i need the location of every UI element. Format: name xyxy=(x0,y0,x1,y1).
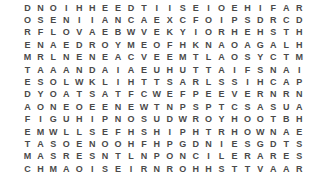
grid-cell-r3c13[interactable]: Y xyxy=(176,27,189,39)
grid-cell-r2c21[interactable]: C xyxy=(280,14,293,26)
grid-cell-r4c12[interactable]: F xyxy=(163,39,176,51)
grid-cell-r1c8[interactable]: E xyxy=(112,2,125,14)
grid-cell-r2c10[interactable]: A xyxy=(137,14,150,26)
grid-cell-r13c20[interactable]: R xyxy=(267,151,280,163)
grid-cell-r10c8[interactable]: N xyxy=(112,114,125,126)
grid-cell-r9c16[interactable]: T xyxy=(215,101,228,113)
grid-cell-r6c2[interactable]: A xyxy=(34,64,47,76)
grid-cell-r3c5[interactable]: V xyxy=(73,27,86,39)
grid-cell-r6c5[interactable]: N xyxy=(73,64,86,76)
grid-cell-r8c15[interactable]: E xyxy=(202,89,215,101)
grid-cell-r13c13[interactable]: N xyxy=(176,151,189,163)
grid-cell-r2c14[interactable]: F xyxy=(189,14,202,26)
grid-cell-r9c18[interactable]: S xyxy=(241,101,254,113)
grid-cell-r5c3[interactable]: L xyxy=(47,52,60,64)
grid-cell-r3c18[interactable]: E xyxy=(241,27,254,39)
grid-cell-r11c13[interactable]: P xyxy=(176,126,189,138)
grid-cell-r3c9[interactable]: W xyxy=(125,27,138,39)
grid-cell-r4c3[interactable]: A xyxy=(47,39,60,51)
grid-cell-r11c10[interactable]: S xyxy=(137,126,150,138)
grid-cell-r5c4[interactable]: N xyxy=(60,52,73,64)
grid-cell-r14c22[interactable]: R xyxy=(293,163,306,175)
grid-cell-r8c21[interactable]: R xyxy=(280,89,293,101)
grid-cell-r12c10[interactable]: F xyxy=(137,138,150,150)
grid-cell-r11c17[interactable]: H xyxy=(228,126,241,138)
grid-cell-r10c17[interactable]: H xyxy=(228,114,241,126)
grid-cell-r2c9[interactable]: C xyxy=(125,14,138,26)
grid-cell-r9c15[interactable]: P xyxy=(202,101,215,113)
grid-cell-r11c3[interactable]: W xyxy=(47,126,60,138)
grid-cell-r3c4[interactable]: O xyxy=(60,27,73,39)
grid-cell-r10c3[interactable]: G xyxy=(47,114,60,126)
grid-cell-r1c7[interactable]: E xyxy=(99,2,112,14)
grid-cell-r8c17[interactable]: V xyxy=(228,89,241,101)
grid-cell-r7c3[interactable]: O xyxy=(47,76,60,88)
grid-cell-r14c8[interactable]: E xyxy=(112,163,125,175)
grid-cell-r13c17[interactable]: E xyxy=(228,151,241,163)
grid-cell-r4c22[interactable]: H xyxy=(293,39,306,51)
grid-cell-r9c21[interactable]: U xyxy=(280,101,293,113)
grid-cell-r9c5[interactable]: O xyxy=(73,101,86,113)
grid-cell-r13c12[interactable]: O xyxy=(163,151,176,163)
grid-cell-r2c15[interactable]: O xyxy=(202,14,215,26)
grid-cell-r7c21[interactable]: A xyxy=(280,76,293,88)
grid-cell-r5c14[interactable]: T xyxy=(189,52,202,64)
grid-cell-r1c14[interactable]: E xyxy=(189,2,202,14)
grid-cell-r13c19[interactable]: A xyxy=(254,151,267,163)
grid-cell-r6c13[interactable]: U xyxy=(176,64,189,76)
grid-cell-r2c4[interactable]: N xyxy=(60,14,73,26)
grid-cell-r14c12[interactable]: R xyxy=(163,163,176,175)
grid-cell-r11c5[interactable]: L xyxy=(73,126,86,138)
grid-cell-r4c21[interactable]: L xyxy=(280,39,293,51)
grid-cell-r11c1[interactable]: E xyxy=(21,126,34,138)
grid-cell-r13c9[interactable]: L xyxy=(125,151,138,163)
grid-cell-r1c15[interactable]: I xyxy=(202,2,215,14)
grid-cell-r4c10[interactable]: E xyxy=(137,39,150,51)
grid-cell-r14c2[interactable]: H xyxy=(34,163,47,175)
grid-cell-r3c21[interactable]: T xyxy=(280,27,293,39)
grid-cell-r8c9[interactable]: F xyxy=(125,89,138,101)
grid-cell-r7c4[interactable]: L xyxy=(60,76,73,88)
grid-cell-r14c14[interactable]: H xyxy=(189,163,202,175)
grid-cell-r4c1[interactable]: E xyxy=(21,39,34,51)
grid-cell-r11c2[interactable]: M xyxy=(34,126,47,138)
grid-cell-r9c7[interactable]: E xyxy=(99,101,112,113)
grid-cell-r8c1[interactable]: D xyxy=(21,89,34,101)
grid-cell-r10c5[interactable]: H xyxy=(73,114,86,126)
grid-cell-r8c16[interactable]: E xyxy=(215,89,228,101)
grid-cell-r6c6[interactable]: D xyxy=(86,64,99,76)
grid-cell-r14c18[interactable]: T xyxy=(241,163,254,175)
grid-cell-r10c20[interactable]: T xyxy=(267,114,280,126)
grid-cell-r1c21[interactable]: A xyxy=(280,2,293,14)
grid-cell-r3c10[interactable]: V xyxy=(137,27,150,39)
grid-cell-r12c6[interactable]: N xyxy=(86,138,99,150)
grid-cell-r2c12[interactable]: X xyxy=(163,14,176,26)
grid-cell-r10c19[interactable]: O xyxy=(254,114,267,126)
grid-cell-r2c3[interactable]: E xyxy=(47,14,60,26)
grid-cell-r5c20[interactable]: C xyxy=(267,52,280,64)
grid-cell-r7c14[interactable]: R xyxy=(189,76,202,88)
grid-cell-r12c2[interactable]: A xyxy=(34,138,47,150)
grid-cell-r2c7[interactable]: A xyxy=(99,14,112,26)
grid-cell-r1c16[interactable]: O xyxy=(215,2,228,14)
grid-cell-r1c4[interactable]: I xyxy=(60,2,73,14)
grid-cell-r14c7[interactable]: S xyxy=(99,163,112,175)
grid-cell-r5c11[interactable]: E xyxy=(150,52,163,64)
grid-cell-r14c3[interactable]: M xyxy=(47,163,60,175)
grid-cell-r2c2[interactable]: S xyxy=(34,14,47,26)
grid-cell-r6c8[interactable]: I xyxy=(112,64,125,76)
grid-cell-r3c14[interactable]: I xyxy=(189,27,202,39)
grid-cell-r11c18[interactable]: O xyxy=(241,126,254,138)
grid-cell-r1c18[interactable]: H xyxy=(241,2,254,14)
grid-cell-r12c8[interactable]: O xyxy=(112,138,125,150)
grid-cell-r11c19[interactable]: W xyxy=(254,126,267,138)
grid-cell-r9c8[interactable]: N xyxy=(112,101,125,113)
grid-cell-r7c13[interactable]: A xyxy=(176,76,189,88)
grid-cell-r6c18[interactable]: F xyxy=(241,64,254,76)
grid-cell-r6c11[interactable]: U xyxy=(150,64,163,76)
grid-cell-r11c20[interactable]: N xyxy=(267,126,280,138)
grid-cell-r11c7[interactable]: E xyxy=(99,126,112,138)
grid-cell-r10c6[interactable]: I xyxy=(86,114,99,126)
grid-cell-r8c18[interactable]: E xyxy=(241,89,254,101)
grid-cell-r10c14[interactable]: R xyxy=(189,114,202,126)
grid-cell-r10c1[interactable]: F xyxy=(21,114,34,126)
grid-cell-r6c9[interactable]: A xyxy=(125,64,138,76)
grid-cell-r5c17[interactable]: O xyxy=(228,52,241,64)
grid-cell-r14c17[interactable]: T xyxy=(228,163,241,175)
grid-cell-r14c13[interactable]: O xyxy=(176,163,189,175)
grid-cell-r2c11[interactable]: E xyxy=(150,14,163,26)
grid-cell-r11c16[interactable]: R xyxy=(215,126,228,138)
grid-cell-r7c18[interactable]: I xyxy=(241,76,254,88)
grid-cell-r5c22[interactable]: M xyxy=(293,52,306,64)
grid-cell-r13c2[interactable]: A xyxy=(34,151,47,163)
grid-cell-r4c7[interactable]: O xyxy=(99,39,112,51)
grid-cell-r2c1[interactable]: O xyxy=(21,14,34,26)
grid-cell-r9c22[interactable]: A xyxy=(293,101,306,113)
grid-cell-r14c11[interactable]: N xyxy=(150,163,163,175)
grid-cell-r8c7[interactable]: A xyxy=(99,89,112,101)
grid-cell-r12c5[interactable]: E xyxy=(73,138,86,150)
grid-cell-r9c3[interactable]: N xyxy=(47,101,60,113)
grid-cell-r8c14[interactable]: P xyxy=(189,89,202,101)
grid-cell-r1c12[interactable]: I xyxy=(163,2,176,14)
grid-cell-r3c12[interactable]: K xyxy=(163,27,176,39)
grid-cell-r2c17[interactable]: P xyxy=(228,14,241,26)
grid-cell-r9c6[interactable]: E xyxy=(86,101,99,113)
grid-cell-r4c11[interactable]: O xyxy=(150,39,163,51)
grid-cell-r11c8[interactable]: F xyxy=(112,126,125,138)
grid-cell-r8c5[interactable]: T xyxy=(73,89,86,101)
grid-cell-r1c9[interactable]: D xyxy=(125,2,138,14)
grid-cell-r13c15[interactable]: I xyxy=(202,151,215,163)
grid-cell-r1c11[interactable]: I xyxy=(150,2,163,14)
grid-cell-r5c7[interactable]: E xyxy=(99,52,112,64)
grid-cell-r3c19[interactable]: H xyxy=(254,27,267,39)
grid-cell-r12c9[interactable]: H xyxy=(125,138,138,150)
grid-cell-r1c5[interactable]: H xyxy=(73,2,86,14)
grid-cell-r4c14[interactable]: K xyxy=(189,39,202,51)
grid-cell-r7c5[interactable]: W xyxy=(73,76,86,88)
grid-cell-r12c3[interactable]: S xyxy=(47,138,60,150)
grid-cell-r13c10[interactable]: N xyxy=(137,151,150,163)
grid-cell-r7c17[interactable]: S xyxy=(228,76,241,88)
grid-cell-r12c19[interactable]: G xyxy=(254,138,267,150)
grid-cell-r10c22[interactable]: H xyxy=(293,114,306,126)
grid-cell-r12c4[interactable]: O xyxy=(60,138,73,150)
grid-cell-r11c9[interactable]: H xyxy=(125,126,138,138)
grid-cell-r1c2[interactable]: N xyxy=(34,2,47,14)
grid-cell-r14c6[interactable]: I xyxy=(86,163,99,175)
grid-cell-r8c12[interactable]: E xyxy=(163,89,176,101)
grid-cell-r12c1[interactable]: T xyxy=(21,138,34,150)
grid-cell-r3c8[interactable]: B xyxy=(112,27,125,39)
grid-cell-r5c8[interactable]: A xyxy=(112,52,125,64)
grid-cell-r5c5[interactable]: E xyxy=(73,52,86,64)
grid-cell-r14c4[interactable]: A xyxy=(60,163,73,175)
grid-cell-r1c13[interactable]: S xyxy=(176,2,189,14)
grid-cell-r5c15[interactable]: L xyxy=(202,52,215,64)
grid-cell-r11c12[interactable]: I xyxy=(163,126,176,138)
grid-cell-r4c18[interactable]: A xyxy=(241,39,254,51)
grid-cell-r1c6[interactable]: H xyxy=(86,2,99,14)
grid-cell-r10c7[interactable]: P xyxy=(99,114,112,126)
grid-cell-r5c9[interactable]: C xyxy=(125,52,138,64)
grid-cell-r6c3[interactable]: A xyxy=(47,64,60,76)
grid-cell-r3c3[interactable]: L xyxy=(47,27,60,39)
grid-cell-r7c20[interactable]: C xyxy=(267,76,280,88)
grid-cell-r5c16[interactable]: A xyxy=(215,52,228,64)
grid-cell-r4c13[interactable]: H xyxy=(176,39,189,51)
grid-cell-r4c5[interactable]: D xyxy=(73,39,86,51)
grid-cell-r5c13[interactable]: M xyxy=(176,52,189,64)
grid-cell-r3c20[interactable]: S xyxy=(267,27,280,39)
grid-cell-r13c16[interactable]: L xyxy=(215,151,228,163)
grid-cell-r2c5[interactable]: I xyxy=(73,14,86,26)
grid-cell-r10c18[interactable]: O xyxy=(241,114,254,126)
grid-cell-r6c17[interactable]: I xyxy=(228,64,241,76)
grid-cell-r1c20[interactable]: F xyxy=(267,2,280,14)
grid-cell-r4c15[interactable]: N xyxy=(202,39,215,51)
grid-cell-r5c18[interactable]: S xyxy=(241,52,254,64)
grid-cell-r2c16[interactable]: I xyxy=(215,14,228,26)
grid-cell-r10c15[interactable]: O xyxy=(202,114,215,126)
grid-cell-r11c21[interactable]: A xyxy=(280,126,293,138)
grid-cell-r14c5[interactable]: O xyxy=(73,163,86,175)
grid-cell-r13c4[interactable]: R xyxy=(60,151,73,163)
grid-cell-r8c19[interactable]: R xyxy=(254,89,267,101)
grid-cell-r4c8[interactable]: Y xyxy=(112,39,125,51)
grid-cell-r9c12[interactable]: N xyxy=(163,101,176,113)
grid-cell-r12c13[interactable]: G xyxy=(176,138,189,150)
grid-cell-r9c1[interactable]: A xyxy=(21,101,34,113)
grid-cell-r5c19[interactable]: Y xyxy=(254,52,267,64)
grid-cell-r11c22[interactable]: E xyxy=(293,126,306,138)
grid-cell-r5c2[interactable]: R xyxy=(34,52,47,64)
grid-cell-r7c11[interactable]: T xyxy=(150,76,163,88)
grid-cell-r10c13[interactable]: W xyxy=(176,114,189,126)
grid-cell-r3c2[interactable]: F xyxy=(34,27,47,39)
grid-cell-r3c7[interactable]: E xyxy=(99,27,112,39)
grid-cell-r2c6[interactable]: I xyxy=(86,14,99,26)
grid-cell-r7c1[interactable]: E xyxy=(21,76,34,88)
grid-cell-r5c10[interactable]: V xyxy=(137,52,150,64)
grid-cell-r12c18[interactable]: S xyxy=(241,138,254,150)
grid-cell-r13c7[interactable]: N xyxy=(99,151,112,163)
grid-cell-r10c10[interactable]: S xyxy=(137,114,150,126)
grid-cell-r3c11[interactable]: E xyxy=(150,27,163,39)
grid-cell-r11c15[interactable]: T xyxy=(202,126,215,138)
grid-cell-r6c15[interactable]: T xyxy=(202,64,215,76)
grid-cell-r6c20[interactable]: N xyxy=(267,64,280,76)
grid-cell-r9c13[interactable]: P xyxy=(176,101,189,113)
grid-cell-r1c17[interactable]: E xyxy=(228,2,241,14)
grid-cell-r1c10[interactable]: T xyxy=(137,2,150,14)
grid-cell-r10c4[interactable]: U xyxy=(60,114,73,126)
grid-cell-r13c5[interactable]: E xyxy=(73,151,86,163)
grid-cell-r9c14[interactable]: S xyxy=(189,101,202,113)
grid-cell-r6c16[interactable]: A xyxy=(215,64,228,76)
grid-cell-r8c6[interactable]: S xyxy=(86,89,99,101)
grid-cell-r13c14[interactable]: C xyxy=(189,151,202,163)
grid-cell-r7c10[interactable]: T xyxy=(137,76,150,88)
grid-cell-r13c21[interactable]: E xyxy=(280,151,293,163)
grid-cell-r6c1[interactable]: T xyxy=(21,64,34,76)
grid-cell-r6c14[interactable]: T xyxy=(189,64,202,76)
grid-cell-r5c6[interactable]: N xyxy=(86,52,99,64)
grid-cell-r7c16[interactable]: S xyxy=(215,76,228,88)
grid-cell-r12c20[interactable]: D xyxy=(267,138,280,150)
grid-cell-r14c21[interactable]: A xyxy=(280,163,293,175)
grid-cell-r5c1[interactable]: M xyxy=(21,52,34,64)
grid-cell-r8c11[interactable]: W xyxy=(150,89,163,101)
grid-cell-r14c9[interactable]: I xyxy=(125,163,138,175)
grid-cell-r12c17[interactable]: E xyxy=(228,138,241,150)
grid-cell-r8c4[interactable]: A xyxy=(60,89,73,101)
grid-cell-r2c22[interactable]: D xyxy=(293,14,306,26)
grid-cell-r7c2[interactable]: S xyxy=(34,76,47,88)
grid-cell-r14c16[interactable]: S xyxy=(215,163,228,175)
grid-cell-r6c4[interactable]: A xyxy=(60,64,73,76)
grid-cell-r8c10[interactable]: C xyxy=(137,89,150,101)
grid-cell-r11c14[interactable]: H xyxy=(189,126,202,138)
grid-cell-r2c19[interactable]: D xyxy=(254,14,267,26)
grid-cell-r13c22[interactable]: S xyxy=(293,151,306,163)
grid-cell-r4c19[interactable]: G xyxy=(254,39,267,51)
grid-cell-r5c21[interactable]: T xyxy=(280,52,293,64)
grid-cell-r4c17[interactable]: O xyxy=(228,39,241,51)
grid-cell-r8c13[interactable]: F xyxy=(176,89,189,101)
grid-cell-r8c22[interactable]: N xyxy=(293,89,306,101)
grid-cell-r7c15[interactable]: L xyxy=(202,76,215,88)
grid-cell-r2c18[interactable]: S xyxy=(241,14,254,26)
grid-cell-r12c12[interactable]: P xyxy=(163,138,176,150)
grid-cell-r12c7[interactable]: O xyxy=(99,138,112,150)
grid-cell-r13c6[interactable]: S xyxy=(86,151,99,163)
grid-cell-r12c14[interactable]: D xyxy=(189,138,202,150)
grid-cell-r2c8[interactable]: N xyxy=(112,14,125,26)
grid-cell-r13c8[interactable]: T xyxy=(112,151,125,163)
grid-cell-r6c22[interactable]: I xyxy=(293,64,306,76)
grid-cell-r1c19[interactable]: I xyxy=(254,2,267,14)
grid-cell-r10c2[interactable]: I xyxy=(34,114,47,126)
grid-cell-r10c21[interactable]: B xyxy=(280,114,293,126)
grid-cell-r11c11[interactable]: H xyxy=(150,126,163,138)
grid-cell-r6c12[interactable]: H xyxy=(163,64,176,76)
grid-cell-r14c15[interactable]: H xyxy=(202,163,215,175)
grid-cell-r7c22[interactable]: P xyxy=(293,76,306,88)
grid-cell-r9c2[interactable]: O xyxy=(34,101,47,113)
grid-cell-r11c6[interactable]: S xyxy=(86,126,99,138)
grid-cell-r11c4[interactable]: L xyxy=(60,126,73,138)
grid-cell-r4c16[interactable]: A xyxy=(215,39,228,51)
grid-cell-r10c9[interactable]: O xyxy=(125,114,138,126)
grid-cell-r3c15[interactable]: O xyxy=(202,27,215,39)
grid-cell-r1c3[interactable]: O xyxy=(47,2,60,14)
grid-cell-r7c12[interactable]: S xyxy=(163,76,176,88)
grid-cell-r14c20[interactable]: A xyxy=(267,163,280,175)
grid-cell-r13c3[interactable]: S xyxy=(47,151,60,163)
grid-cell-r9c20[interactable]: S xyxy=(267,101,280,113)
grid-cell-r7c9[interactable]: H xyxy=(125,76,138,88)
grid-cell-r6c7[interactable]: A xyxy=(99,64,112,76)
grid-cell-r7c6[interactable]: K xyxy=(86,76,99,88)
grid-cell-r7c8[interactable]: I xyxy=(112,76,125,88)
grid-cell-r3c6[interactable]: A xyxy=(86,27,99,39)
grid-cell-r4c6[interactable]: R xyxy=(86,39,99,51)
grid-cell-r7c7[interactable]: L xyxy=(99,76,112,88)
grid-cell-r6c19[interactable]: S xyxy=(254,64,267,76)
grid-cell-r14c19[interactable]: V xyxy=(254,163,267,175)
grid-cell-r13c11[interactable]: P xyxy=(150,151,163,163)
grid-cell-r7c19[interactable]: H xyxy=(254,76,267,88)
grid-cell-r9c10[interactable]: W xyxy=(137,101,150,113)
grid-cell-r5c12[interactable]: E xyxy=(163,52,176,64)
grid-cell-r8c20[interactable]: N xyxy=(267,89,280,101)
grid-cell-r10c16[interactable]: Y xyxy=(215,114,228,126)
grid-cell-r4c9[interactable]: M xyxy=(125,39,138,51)
grid-cell-r1c22[interactable]: R xyxy=(293,2,306,14)
grid-cell-r3c1[interactable]: R xyxy=(21,27,34,39)
grid-cell-r9c4[interactable]: E xyxy=(60,101,73,113)
grid-cell-r14c10[interactable]: R xyxy=(137,163,150,175)
grid-cell-r4c4[interactable]: E xyxy=(60,39,73,51)
grid-cell-r6c10[interactable]: E xyxy=(137,64,150,76)
grid-cell-r2c13[interactable]: C xyxy=(176,14,189,26)
grid-cell-r14c1[interactable]: C xyxy=(21,163,34,175)
grid-cell-r9c17[interactable]: C xyxy=(228,101,241,113)
grid-cell-r4c20[interactable]: A xyxy=(267,39,280,51)
grid-cell-r10c12[interactable]: D xyxy=(163,114,176,126)
grid-cell-r12c22[interactable]: S xyxy=(293,138,306,150)
grid-cell-r3c16[interactable]: R xyxy=(215,27,228,39)
grid-cell-r6c21[interactable]: A xyxy=(280,64,293,76)
grid-cell-r8c2[interactable]: Y xyxy=(34,89,47,101)
grid-cell-r4c2[interactable]: N xyxy=(34,39,47,51)
grid-cell-r12c15[interactable]: N xyxy=(202,138,215,150)
grid-cell-r8c3[interactable]: O xyxy=(47,89,60,101)
grid-cell-r1c1[interactable]: D xyxy=(21,2,34,14)
grid-cell-r8c8[interactable]: T xyxy=(112,89,125,101)
grid-cell-r9c19[interactable]: A xyxy=(254,101,267,113)
grid-cell-r13c1[interactable]: M xyxy=(21,151,34,163)
grid-cell-r3c17[interactable]: H xyxy=(228,27,241,39)
grid-cell-r2c20[interactable]: R xyxy=(267,14,280,26)
